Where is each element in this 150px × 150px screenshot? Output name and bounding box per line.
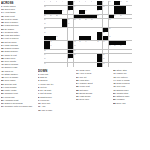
cell-number: 46 <box>103 41 105 42</box>
cell-number: 27 <box>68 19 70 20</box>
black-square <box>85 36 90 40</box>
cell-number: 56 <box>103 54 105 55</box>
black-square <box>114 10 119 14</box>
black-square <box>103 28 108 32</box>
grid-cell <box>56 28 61 32</box>
grid-cell <box>62 28 67 32</box>
crossword-grid: 1234567891011121314151617181920212223242… <box>44 1 132 67</box>
cell-number: 60 <box>44 63 46 64</box>
black-square <box>68 45 73 49</box>
cell-number: 45 <box>97 41 99 42</box>
cell-number: 53 <box>74 50 76 51</box>
grid-cell <box>126 28 131 32</box>
grid-cell <box>56 6 61 10</box>
clue-number: 12. <box>38 108 41 111</box>
across-heading: ACROSS <box>1 1 37 4</box>
cell-number: 20 <box>44 15 46 16</box>
black-square <box>120 10 125 14</box>
cell-number: 52 <box>44 50 46 51</box>
cell-number: 55 <box>74 54 76 55</box>
black-square <box>97 54 102 58</box>
grid-cell <box>79 28 84 32</box>
cell-number: 58 <box>68 58 70 59</box>
black-square <box>97 1 102 5</box>
cell-number: 12 <box>126 1 128 2</box>
grid-cell <box>74 36 79 40</box>
grid-cell <box>120 23 125 27</box>
across-clue-list: 1.Winter flakes13.Opera solo14.Hired thu… <box>1 5 37 108</box>
grid-cell: 15 <box>103 6 108 10</box>
grid-cell <box>103 23 108 27</box>
clue-item: 61.Company with a pyramid logo <box>1 105 37 108</box>
grid-cell <box>126 36 131 40</box>
grid-cell: 48 <box>74 45 79 49</box>
grid-cell <box>120 54 125 58</box>
grid-cell: 17 <box>68 10 73 14</box>
grid-cell: 30 <box>85 19 90 23</box>
cell-number: 24 <box>114 15 116 16</box>
cell-number: 47 <box>50 45 52 46</box>
grid-cell <box>62 36 67 40</box>
grid-cell <box>62 15 67 19</box>
grid-cell <box>91 28 96 32</box>
grid-cell <box>91 54 96 58</box>
grid-cell: 19 <box>97 10 102 14</box>
clue-text: Use a chair <box>42 108 73 111</box>
grid-cell: 35 <box>44 28 49 32</box>
grid-cell <box>62 63 67 67</box>
grid-cell <box>109 10 114 14</box>
grid-cell: 39 <box>56 36 61 40</box>
grid-cell: 44 <box>85 41 90 45</box>
grid-cell: 45 <box>97 41 102 45</box>
grid-cell: 61 <box>103 63 108 67</box>
grid-cell <box>79 50 84 54</box>
grid-cell <box>91 36 96 40</box>
black-square <box>97 32 102 36</box>
grid-cell: 8 <box>91 1 96 5</box>
grid-cell <box>114 50 119 54</box>
grid-cell: 57 <box>44 58 49 62</box>
grid-cell: 38 <box>103 32 108 36</box>
grid-cell: 14 <box>74 6 79 10</box>
grid-cell <box>120 50 125 54</box>
grid-cell <box>62 45 67 49</box>
grid-cell <box>103 10 108 14</box>
black-square <box>114 6 119 10</box>
grid-cell <box>68 63 73 67</box>
cell-number: 19 <box>97 10 99 11</box>
cell-number: 25 <box>120 15 122 16</box>
grid-cell <box>109 6 114 10</box>
grid-cell <box>62 41 67 45</box>
cell-number: 33 <box>44 23 46 24</box>
grid-cell <box>109 63 114 67</box>
grid-cell: 3 <box>56 1 61 5</box>
grid-cell <box>79 63 84 67</box>
grid-cell: 23 <box>97 15 102 19</box>
grid-cell <box>79 58 84 62</box>
cell-number: 4 <box>62 1 63 2</box>
grid-cell: 10 <box>109 1 114 5</box>
grid-cell: 59 <box>103 58 108 62</box>
grid-cell <box>97 50 102 54</box>
cell-number: 14 <box>74 6 76 7</box>
cell-number: 30 <box>85 19 87 20</box>
grid-cell: 7 <box>85 1 90 5</box>
cell-number: 29 <box>79 19 81 20</box>
grid-cell <box>91 32 96 36</box>
black-square <box>68 41 73 45</box>
cell-number: 1 <box>44 1 45 2</box>
grid-cell <box>50 28 55 32</box>
cell-number: 10 <box>109 1 111 2</box>
grid-cell <box>56 50 61 54</box>
black-square <box>68 50 73 54</box>
grid-cell <box>114 32 119 36</box>
grid-cell <box>91 50 96 54</box>
cell-number: 40 <box>109 36 111 37</box>
grid-cell: 18 <box>85 10 90 14</box>
grid-cell <box>74 28 79 32</box>
grid-cell <box>91 63 96 67</box>
grid-cell <box>91 23 96 27</box>
grid-cell: 1 <box>44 1 49 5</box>
clue-text: Doze (off) <box>117 101 149 104</box>
cell-number: 59 <box>103 58 105 59</box>
grid-cell <box>79 32 84 36</box>
cell-number: 50 <box>114 45 116 46</box>
grid-cell <box>103 15 108 19</box>
grid-cell: 11 <box>120 1 125 5</box>
clue-text: Deep hole <box>80 98 111 101</box>
grid-cell <box>120 28 125 32</box>
grid-cell <box>50 19 55 23</box>
cell-number: 21 <box>50 15 52 16</box>
cell-number: 35 <box>44 28 46 29</box>
grid-cell <box>126 32 131 36</box>
cell-number: 3 <box>56 1 57 2</box>
cell-number: 9 <box>103 1 104 2</box>
grid-cell: 36 <box>109 28 114 32</box>
grid-cell <box>126 54 131 58</box>
grid-cell <box>62 58 67 62</box>
grid-cell <box>114 63 119 67</box>
cell-number: 31 <box>91 19 93 20</box>
grid-cell <box>91 6 96 10</box>
grid-cell <box>109 23 114 27</box>
grid-cell: 22 <box>56 15 61 19</box>
cell-number: 2 <box>50 1 51 2</box>
cell-number: 34 <box>68 23 70 24</box>
grid-cell <box>79 45 84 49</box>
grid-cell <box>126 50 131 54</box>
grid-cell <box>85 63 90 67</box>
down-clue-list-2: 17.Road curve19.Have a meal21.Tiny bit22… <box>76 69 111 101</box>
black-square <box>50 10 55 14</box>
grid-cell <box>56 23 61 27</box>
grid-cell <box>109 50 114 54</box>
cell-number: 17 <box>68 10 70 11</box>
black-square <box>44 45 49 49</box>
cell-number: 32 <box>109 19 111 20</box>
grid-cell <box>56 63 61 67</box>
grid-cell <box>50 23 55 27</box>
cell-number: 26 <box>44 19 46 20</box>
grid-cell <box>85 32 90 36</box>
cell-number: 11 <box>120 1 121 2</box>
grid-cell: 21 <box>50 15 55 19</box>
clue-number: 61. <box>1 105 4 108</box>
cell-number: 37 <box>44 32 46 33</box>
grid-cell <box>62 54 67 58</box>
grid-cell <box>68 28 73 32</box>
cell-number: 57 <box>44 58 46 59</box>
grid-cell <box>103 45 108 49</box>
grid-cell: 37 <box>44 32 49 36</box>
grid-cell <box>85 45 90 49</box>
cell-number: 5 <box>74 1 75 2</box>
grid-cell <box>85 54 90 58</box>
grid-cell <box>120 58 125 62</box>
grid-cell <box>97 45 102 49</box>
black-square <box>62 23 67 27</box>
cell-number: 43 <box>79 41 81 42</box>
grid-cell <box>85 23 90 27</box>
grid-cell <box>126 15 131 19</box>
black-square <box>79 36 84 40</box>
grid-cell <box>109 58 114 62</box>
cell-number: 16 <box>62 10 64 11</box>
cell-number: 61 <box>103 63 105 64</box>
grid-cell: 55 <box>74 54 79 58</box>
down-heading: DOWN <box>38 69 73 72</box>
black-square <box>44 41 49 45</box>
cell-number: 15 <box>103 6 105 7</box>
grid-cell <box>68 32 73 36</box>
black-square <box>97 58 102 62</box>
grid-cell <box>114 19 119 23</box>
grid-cell <box>62 32 67 36</box>
grid-cell <box>114 23 119 27</box>
clue-item: 12.Use a chair <box>38 108 73 111</box>
cell-number: 39 <box>56 36 58 37</box>
grid-cell <box>103 50 108 54</box>
cell-number: 23 <box>97 15 99 16</box>
crossword-page: ACROSS 1.Winter flakes13.Opera solo14.Hi… <box>0 0 150 150</box>
grid-cell <box>120 36 125 40</box>
grid-cell <box>120 32 125 36</box>
grid-cell <box>103 19 108 23</box>
grid-cell: 33 <box>44 23 49 27</box>
grid-cell <box>74 10 79 14</box>
cell-number: 8 <box>91 1 92 2</box>
cell-number: 48 <box>74 45 76 46</box>
down-clues-column-1: DOWN 1.Mall unit2.Egg on3.Spoken4.Windy … <box>38 69 73 149</box>
black-square <box>74 15 79 19</box>
grid-cell <box>74 58 79 62</box>
cell-number: 54 <box>44 54 46 55</box>
down-clue-list-1: 1.Mall unit2.Egg on3.Spoken4.Windy day t… <box>38 73 73 111</box>
grid-cell: 32 <box>109 19 114 23</box>
grid-cell: 13 <box>44 6 49 10</box>
grid-cell <box>109 54 114 58</box>
grid-cell: 51 <box>120 45 125 49</box>
grid-cell <box>50 54 55 58</box>
cell-number: 36 <box>109 28 111 29</box>
grid-cell <box>126 45 131 49</box>
grid-cell: 53 <box>74 50 79 54</box>
grid-cell <box>126 63 131 67</box>
down-clues-column-3: 32.Sticky stuff41.Paddle kin43.Fire left… <box>113 69 149 149</box>
grid-cell <box>68 15 73 19</box>
grid-cell <box>126 23 131 27</box>
grid-cell <box>85 28 90 32</box>
grid-cell <box>126 19 131 23</box>
black-square <box>62 19 67 23</box>
black-square <box>44 36 49 40</box>
grid-cell <box>91 41 96 45</box>
grid-cell <box>126 41 131 45</box>
cell-number: 18 <box>85 10 87 11</box>
cell-number: 49 <box>109 45 111 46</box>
grid-cell <box>114 28 119 32</box>
grid-cell <box>79 54 84 58</box>
clue-number: 58. <box>113 101 116 104</box>
grid-cell: 9 <box>103 1 108 5</box>
clue-number: 31. <box>76 98 79 101</box>
grid-cell <box>120 63 125 67</box>
cell-number: 13 <box>44 6 46 7</box>
black-square <box>50 36 55 40</box>
cell-number: 6 <box>79 1 80 2</box>
grid-cell <box>114 58 119 62</box>
grid-cell <box>56 41 61 45</box>
grid-cell <box>56 19 61 23</box>
down-clues-column-2: 17.Road curve19.Have a meal21.Tiny bit22… <box>76 69 111 149</box>
grid-cell: 16 <box>62 10 67 14</box>
grid-cell <box>50 50 55 54</box>
grid-cell: 60 <box>44 63 49 67</box>
grid-cell <box>50 63 55 67</box>
black-square <box>68 1 73 5</box>
black-square <box>91 15 96 19</box>
grid-cell: 4 <box>62 1 67 5</box>
cell-number: 7 <box>85 1 86 2</box>
grid-cell <box>74 32 79 36</box>
clue-item: 58.Doze (off) <box>113 101 149 104</box>
black-square <box>85 15 90 19</box>
grid-cell <box>50 32 55 36</box>
grid-cell <box>56 54 61 58</box>
black-square <box>120 6 125 10</box>
cell-number: 44 <box>85 41 87 42</box>
cell-number: 22 <box>56 15 58 16</box>
grid-cell: 20 <box>44 15 49 19</box>
grid-cell <box>126 10 131 14</box>
cell-number: 28 <box>74 19 76 20</box>
grid-cell <box>120 19 125 23</box>
grid-cell: 46 <box>103 41 108 45</box>
grid-cell: 58 <box>68 58 73 62</box>
grid-cell <box>74 23 79 27</box>
grid-cell <box>50 58 55 62</box>
cell-number: 51 <box>120 45 122 46</box>
grid-cell <box>56 45 61 49</box>
black-square <box>97 36 102 40</box>
black-square <box>44 10 49 14</box>
black-square <box>103 36 108 40</box>
grid-cell <box>91 45 96 49</box>
grid-cell <box>97 19 102 23</box>
grid-cell <box>62 50 67 54</box>
grid-cell: 12 <box>126 1 131 5</box>
grid-cell <box>114 54 119 58</box>
grid-cell <box>56 58 61 62</box>
grid-cell <box>74 63 79 67</box>
across-clues-column: ACROSS 1.Winter flakes13.Opera solo14.Hi… <box>1 1 37 149</box>
grid-cell: 31 <box>91 19 96 23</box>
grid-cell <box>97 28 102 32</box>
clue-item: 31.Deep hole <box>76 98 111 101</box>
down-clue-list-3: 32.Sticky stuff41.Paddle kin43.Fire left… <box>113 69 149 104</box>
grid-cell <box>126 58 131 62</box>
grid-cell: 52 <box>44 50 49 54</box>
grid-cell: 40 <box>109 36 114 40</box>
grid-cell <box>91 10 96 14</box>
grid-cell: 34 <box>68 23 73 27</box>
black-square <box>97 63 102 67</box>
clue-text: Company with a pyramid logo <box>5 105 37 108</box>
grid-cell <box>91 58 96 62</box>
grid-cell: 25 <box>120 15 125 19</box>
cell-number: 42 <box>74 41 76 42</box>
grid-cell <box>50 6 55 10</box>
grid-cell: 47 <box>50 45 55 49</box>
grid-cell <box>85 58 90 62</box>
grid-cell <box>97 23 102 27</box>
cell-number: 38 <box>103 32 105 33</box>
grid-cell: 2 <box>50 1 55 5</box>
black-square <box>79 15 84 19</box>
cell-number: 41 <box>50 41 52 42</box>
grid-cell <box>114 36 119 40</box>
grid-cell <box>79 23 84 27</box>
grid-cell <box>126 6 131 10</box>
grid-cell <box>85 50 90 54</box>
grid-cell <box>68 36 73 40</box>
black-square <box>56 10 61 14</box>
